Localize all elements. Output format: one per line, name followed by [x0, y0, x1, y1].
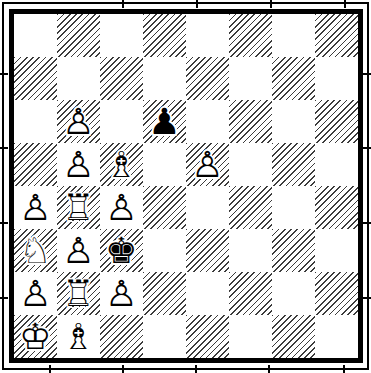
square-e4	[186, 186, 229, 229]
piece-white-pawn: ♟♙	[14, 272, 57, 315]
square-g3	[272, 229, 315, 272]
piece-white-pawn: ♟♙	[100, 272, 143, 315]
square-a4: ♟♙	[14, 186, 57, 229]
square-b7	[57, 57, 100, 100]
square-f3	[229, 229, 272, 272]
square-d4	[143, 186, 186, 229]
square-f7	[229, 57, 272, 100]
square-a3: ♞♘	[14, 229, 57, 272]
white-pawn-glyph: ♙	[100, 272, 143, 315]
chess-board: ♟♙♟♟♟♙♝♗♟♙♟♙♜♖♟♙♞♘♟♙♚♚♟♙♜♖♟♙♚♔♝♗	[14, 14, 358, 358]
square-g2	[272, 272, 315, 315]
square-f8	[229, 14, 272, 57]
square-e3	[186, 229, 229, 272]
square-b3: ♟♙	[57, 229, 100, 272]
white-rook-glyph: ♖	[57, 186, 100, 229]
square-g7	[272, 57, 315, 100]
white-pawn-glyph: ♙	[14, 272, 57, 315]
white-pawn-glyph: ♙	[57, 229, 100, 272]
white-pawn-glyph: ♙	[100, 186, 143, 229]
square-a2: ♟♙	[14, 272, 57, 315]
square-c5: ♝♗	[100, 143, 143, 186]
square-d7	[143, 57, 186, 100]
square-g1	[272, 315, 315, 358]
piece-white-pawn: ♟♙	[186, 143, 229, 186]
white-pawn-glyph: ♙	[57, 143, 100, 186]
piece-white-rook: ♜♖	[57, 272, 100, 315]
piece-white-pawn: ♟♙	[14, 186, 57, 229]
square-g5	[272, 143, 315, 186]
square-d2	[143, 272, 186, 315]
square-c7	[100, 57, 143, 100]
square-h4	[315, 186, 358, 229]
crop-mark	[49, 365, 51, 373]
square-b1: ♝♗	[57, 315, 100, 358]
square-e2	[186, 272, 229, 315]
crop-mark	[363, 222, 371, 224]
square-h8	[315, 14, 358, 57]
crop-mark	[195, 365, 197, 373]
square-c8	[100, 14, 143, 57]
piece-black-king: ♚♚	[100, 229, 143, 272]
crop-mark	[0, 297, 8, 299]
square-h6	[315, 100, 358, 143]
square-f5	[229, 143, 272, 186]
square-e1	[186, 315, 229, 358]
square-c3: ♚♚	[100, 229, 143, 272]
crop-mark	[0, 222, 8, 224]
square-b2: ♜♖	[57, 272, 100, 315]
black-king-glyph: ♚	[100, 229, 143, 272]
crop-mark	[343, 365, 345, 373]
white-bishop-glyph: ♗	[100, 143, 143, 186]
crop-mark	[363, 297, 371, 299]
square-d5	[143, 143, 186, 186]
piece-white-pawn: ♟♙	[57, 100, 100, 143]
square-d1	[143, 315, 186, 358]
square-b5: ♟♙	[57, 143, 100, 186]
square-f6	[229, 100, 272, 143]
white-pawn-glyph: ♙	[186, 143, 229, 186]
square-c1	[100, 315, 143, 358]
piece-white-knight: ♞♘	[14, 229, 57, 272]
white-bishop-glyph: ♗	[57, 315, 100, 358]
square-h5	[315, 143, 358, 186]
piece-white-pawn: ♟♙	[100, 186, 143, 229]
square-h1	[315, 315, 358, 358]
square-h2	[315, 272, 358, 315]
square-c6	[100, 100, 143, 143]
crop-mark	[122, 365, 124, 373]
square-e8	[186, 14, 229, 57]
square-g4	[272, 186, 315, 229]
square-a8	[14, 14, 57, 57]
white-knight-glyph: ♘	[14, 229, 57, 272]
square-d8	[143, 14, 186, 57]
square-e5: ♟♙	[186, 143, 229, 186]
square-g6	[272, 100, 315, 143]
square-b4: ♜♖	[57, 186, 100, 229]
square-a7	[14, 57, 57, 100]
white-king-glyph: ♔	[14, 315, 57, 358]
square-f1	[229, 315, 272, 358]
crop-mark	[270, 0, 272, 8]
white-pawn-glyph: ♙	[14, 186, 57, 229]
square-c2: ♟♙	[100, 272, 143, 315]
piece-white-bishop: ♝♗	[100, 143, 143, 186]
square-b6: ♟♙	[57, 100, 100, 143]
piece-white-pawn: ♟♙	[57, 229, 100, 272]
piece-black-pawn: ♟♟	[143, 100, 186, 143]
square-e7	[186, 57, 229, 100]
crop-mark	[344, 0, 346, 8]
square-c4: ♟♙	[100, 186, 143, 229]
crop-mark	[363, 147, 371, 149]
square-d3	[143, 229, 186, 272]
square-e6	[186, 100, 229, 143]
square-a6	[14, 100, 57, 143]
piece-white-bishop: ♝♗	[57, 315, 100, 358]
piece-white-pawn: ♟♙	[57, 143, 100, 186]
crop-mark	[196, 0, 198, 8]
square-a5	[14, 143, 57, 186]
crop-mark	[363, 73, 371, 75]
square-d6: ♟♟	[143, 100, 186, 143]
square-a1: ♚♔	[14, 315, 57, 358]
crop-mark	[122, 0, 124, 8]
crop-mark	[0, 147, 8, 149]
square-f4	[229, 186, 272, 229]
piece-white-rook: ♜♖	[57, 186, 100, 229]
square-h7	[315, 57, 358, 100]
square-g8	[272, 14, 315, 57]
square-b8	[57, 14, 100, 57]
chess-diagram-page: ♟♙♟♟♟♙♝♗♟♙♟♙♜♖♟♙♞♘♟♙♚♚♟♙♜♖♟♙♚♔♝♗	[0, 0, 371, 373]
white-pawn-glyph: ♙	[57, 100, 100, 143]
crop-mark	[268, 365, 270, 373]
crop-mark	[0, 73, 8, 75]
piece-white-king: ♚♔	[14, 315, 57, 358]
board-border: ♟♙♟♟♟♙♝♗♟♙♟♙♜♖♟♙♞♘♟♙♚♚♟♙♜♖♟♙♚♔♝♗	[9, 9, 363, 363]
square-f2	[229, 272, 272, 315]
black-pawn-glyph: ♟	[143, 100, 186, 143]
square-h3	[315, 229, 358, 272]
white-rook-glyph: ♖	[57, 272, 100, 315]
